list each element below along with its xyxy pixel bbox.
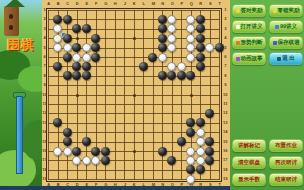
- black-stone[interactable]: [158, 15, 167, 24]
- black-stone[interactable]: [196, 34, 205, 43]
- coord-right: 2: [222, 17, 228, 21]
- coord-right: 18: [222, 168, 228, 172]
- button-label: 零错奖励: [278, 7, 300, 14]
- film-icon: [236, 57, 240, 61]
- star-point: [133, 37, 136, 40]
- white-stone[interactable]: [196, 137, 205, 146]
- white-stone[interactable]: [63, 43, 72, 52]
- button-save[interactable]: 保存棋谱: [269, 36, 303, 49]
- white-stone[interactable]: [196, 147, 205, 156]
- button-label: 打开讲义: [241, 23, 263, 30]
- coord-left: 12: [42, 111, 47, 115]
- tower-window: [9, 25, 13, 30]
- grid-line-h: [48, 104, 220, 105]
- black-stone[interactable]: [158, 34, 167, 43]
- coord-top: L: [140, 2, 147, 6]
- black-stone[interactable]: [158, 43, 167, 52]
- button-label: 退 出: [282, 55, 295, 62]
- button-book[interactable]: 打开讲义: [232, 20, 266, 33]
- coord-left: 3: [42, 27, 47, 31]
- coord-top: B: [55, 2, 62, 6]
- black-stone[interactable]: [82, 62, 91, 71]
- button-coin[interactable]: 零错奖励: [269, 4, 303, 17]
- coord-top: F: [93, 2, 100, 6]
- black-stone[interactable]: [63, 137, 72, 146]
- black-stone[interactable]: [72, 147, 81, 156]
- coin-icon: [273, 9, 277, 13]
- class-button-3[interactable]: 清空棋盘: [232, 156, 266, 169]
- left-art-panel: 围棋: [0, 0, 42, 190]
- coord-right: 12: [222, 111, 228, 115]
- coord-right: 3: [222, 27, 228, 31]
- foliage-blob: [18, 66, 42, 92]
- coord-left: 16: [42, 149, 47, 153]
- coord-left: 17: [42, 158, 47, 162]
- star-point: [76, 94, 79, 97]
- button-label: 动画故事: [241, 55, 263, 62]
- class-button-4[interactable]: 再次研讨: [269, 156, 303, 169]
- coord-left: 6: [42, 55, 47, 59]
- black-stone[interactable]: [177, 137, 186, 146]
- white-stone[interactable]: [177, 62, 186, 71]
- white-stone[interactable]: [186, 175, 195, 184]
- save-icon: [273, 41, 277, 45]
- white-stone[interactable]: [63, 147, 72, 156]
- coord-right: 11: [222, 102, 228, 106]
- coord-right: 15: [222, 140, 228, 144]
- black-stone[interactable]: [205, 147, 214, 156]
- app-logo-text: 围棋: [1, 36, 41, 54]
- coord-left: 13: [42, 121, 47, 125]
- white-stone[interactable]: [82, 53, 91, 62]
- grid-line-v: [219, 10, 220, 180]
- disk-icon: [275, 25, 279, 29]
- coord-top: N: [159, 2, 166, 6]
- button-label: 答对奖励: [241, 7, 263, 14]
- coord-top: G: [102, 2, 109, 6]
- button-coin[interactable]: 答对奖励: [232, 4, 266, 17]
- white-stone[interactable]: [158, 53, 167, 62]
- coord-right: 8: [222, 74, 228, 78]
- control-panel: 答对奖励零错奖励打开讲义99讲义形势判断保存棋谱动画故事退 出 1 ⌄2 ⌄3 …: [230, 0, 304, 190]
- coord-right: 17: [222, 158, 228, 162]
- button-chart[interactable]: 形势判断: [232, 36, 266, 49]
- black-stone[interactable]: [196, 62, 205, 71]
- white-stone[interactable]: [196, 128, 205, 137]
- coord-right: 4: [222, 36, 228, 40]
- coord-right: 19: [222, 177, 228, 181]
- white-stone[interactable]: [82, 43, 91, 52]
- black-stone[interactable]: [91, 53, 100, 62]
- black-stone[interactable]: [101, 156, 110, 165]
- button-label: 结束研讨: [275, 176, 297, 183]
- coord-top: H: [112, 2, 119, 6]
- button-disk[interactable]: 99讲义: [269, 20, 303, 33]
- white-stone[interactable]: [167, 34, 176, 43]
- grid-line-v: [143, 10, 144, 180]
- coord-left: 9: [42, 83, 47, 87]
- coord-right: 7: [222, 64, 228, 68]
- coord-right: 6: [222, 55, 228, 59]
- coord-right: 13: [222, 121, 228, 125]
- black-stone[interactable]: [63, 53, 72, 62]
- go-board[interactable]: AA11BB22CC33DD44EE55FF66GG77HH88JJ99KK10…: [42, 0, 230, 186]
- coord-left: 7: [42, 64, 47, 68]
- coord-right: 10: [222, 93, 228, 97]
- tower-window: [9, 14, 13, 19]
- coord-left: 4: [42, 36, 47, 40]
- button-label: 讲解标记: [238, 142, 260, 149]
- white-stone[interactable]: [186, 53, 195, 62]
- white-stone[interactable]: [72, 53, 81, 62]
- book-icon: [236, 25, 240, 29]
- star-point: [133, 150, 136, 153]
- black-stone[interactable]: [158, 147, 167, 156]
- class-button-5[interactable]: 显示手数: [232, 173, 266, 186]
- coord-top: R: [197, 2, 204, 6]
- coord-top: Q: [188, 2, 195, 6]
- coord-top: K: [131, 2, 138, 6]
- button-label: 显示手数: [238, 176, 260, 183]
- coord-top: J: [121, 2, 128, 6]
- coord-top: C: [64, 2, 71, 6]
- coord-left: 11: [42, 102, 47, 106]
- button-label: 布置作业: [275, 142, 297, 149]
- coord-left: 10: [42, 93, 47, 97]
- coord-left: 1: [42, 8, 47, 12]
- white-stone[interactable]: [186, 147, 195, 156]
- coin-icon: [236, 9, 240, 13]
- white-stone[interactable]: [196, 156, 205, 165]
- coord-left: 5: [42, 46, 47, 50]
- black-stone[interactable]: [215, 43, 224, 52]
- app-window: 围棋 AA11BB22CC33DD44EE55FF66GG77HH88JJ99K…: [0, 0, 304, 190]
- coord-top: O: [169, 2, 176, 6]
- coord-left: 18: [42, 168, 47, 172]
- white-stone[interactable]: [53, 147, 62, 156]
- black-stone[interactable]: [196, 53, 205, 62]
- coord-left: 15: [42, 140, 47, 144]
- button-label: 清空棋盘: [238, 159, 260, 166]
- coord-left: 14: [42, 130, 47, 134]
- white-stone[interactable]: [82, 156, 91, 165]
- coord-right: 9: [222, 83, 228, 87]
- coord-top: S: [207, 2, 214, 6]
- button-label: 形势判断: [241, 39, 263, 46]
- coord-left: 8: [42, 74, 47, 78]
- coord-top: D: [74, 2, 81, 6]
- grid-line-h: [48, 142, 220, 143]
- black-stone[interactable]: [91, 34, 100, 43]
- button-film[interactable]: 动画故事: [232, 52, 266, 65]
- coord-top: M: [150, 2, 157, 6]
- pillar: [16, 96, 23, 174]
- door-icon: [277, 57, 281, 61]
- class-button-2[interactable]: 布置作业: [269, 139, 303, 152]
- black-stone[interactable]: [196, 15, 205, 24]
- coord-top: T: [216, 2, 223, 6]
- star-point: [190, 94, 193, 97]
- grid-line-v: [153, 10, 154, 180]
- white-stone[interactable]: [53, 34, 62, 43]
- black-stone[interactable]: [139, 62, 148, 71]
- coord-left: 2: [42, 17, 47, 21]
- grid-line-h: [48, 113, 220, 114]
- bottom-bar: [0, 186, 230, 190]
- coord-left: 19: [42, 177, 47, 181]
- coord-top: P: [178, 2, 185, 6]
- coord-top: A: [45, 2, 52, 6]
- black-stone[interactable]: [91, 147, 100, 156]
- button-door[interactable]: 退 出: [269, 52, 303, 65]
- coord-right: 16: [222, 149, 228, 153]
- coord-right: 14: [222, 130, 228, 134]
- black-stone[interactable]: [82, 137, 91, 146]
- grid-line-v: [181, 10, 182, 180]
- castle-tower: [4, 6, 19, 36]
- star-point: [76, 37, 79, 40]
- black-stone[interactable]: [196, 43, 205, 52]
- tower-roof-icon: [5, 0, 25, 7]
- coord-right: 1: [222, 8, 228, 12]
- chart-icon: [236, 41, 240, 45]
- black-stone[interactable]: [148, 53, 157, 62]
- black-stone[interactable]: [186, 128, 195, 137]
- black-stone[interactable]: [63, 15, 72, 24]
- button-label: 99讲义: [280, 23, 297, 30]
- black-stone[interactable]: [63, 128, 72, 137]
- star-point: [133, 94, 136, 97]
- class-button-1[interactable]: 讲解标记: [232, 139, 266, 152]
- white-stone[interactable]: [186, 34, 195, 43]
- button-label: 再次研讨: [275, 159, 297, 166]
- black-stone[interactable]: [101, 147, 110, 156]
- class-button-6[interactable]: 结束研讨: [269, 173, 303, 186]
- coord-top: E: [83, 2, 90, 6]
- black-stone[interactable]: [63, 34, 72, 43]
- button-label: 保存棋谱: [278, 39, 300, 46]
